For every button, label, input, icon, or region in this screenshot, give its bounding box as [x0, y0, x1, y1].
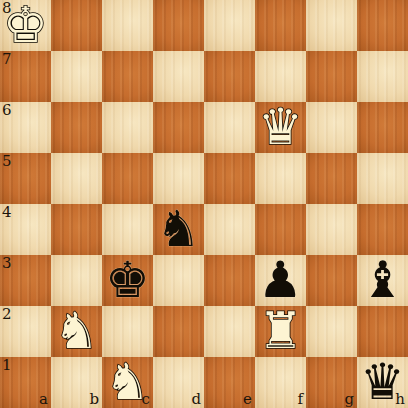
square-a3[interactable]: 3 — [0, 255, 51, 306]
square-a6[interactable]: 6 — [0, 102, 51, 153]
square-d1[interactable]: d — [153, 357, 204, 408]
file-label-c: c — [142, 392, 150, 407]
square-e4[interactable] — [204, 204, 255, 255]
square-c8[interactable] — [102, 0, 153, 51]
square-a4[interactable]: 4 — [0, 204, 51, 255]
square-b5[interactable] — [51, 153, 102, 204]
square-a2[interactable]: 2 — [0, 306, 51, 357]
square-b7[interactable] — [51, 51, 102, 102]
square-c6[interactable] — [102, 102, 153, 153]
piece-black-pawn-f3[interactable]: ♟ — [255, 255, 306, 306]
piece-white-queen-f6[interactable]: ♛ — [255, 102, 306, 153]
square-b2[interactable]: ♞ — [51, 306, 102, 357]
file-label-a: a — [39, 392, 48, 407]
square-a8[interactable]: 8♚ — [0, 0, 51, 51]
square-e8[interactable] — [204, 0, 255, 51]
square-g8[interactable] — [306, 0, 357, 51]
square-f3[interactable]: ♟ — [255, 255, 306, 306]
square-h4[interactable] — [357, 204, 408, 255]
file-label-e: e — [243, 392, 252, 407]
square-e7[interactable] — [204, 51, 255, 102]
square-f1[interactable]: f — [255, 357, 306, 408]
square-e1[interactable]: e — [204, 357, 255, 408]
square-d8[interactable] — [153, 0, 204, 51]
square-e5[interactable] — [204, 153, 255, 204]
rank-label-1: 1 — [2, 357, 12, 374]
square-f5[interactable] — [255, 153, 306, 204]
square-h1[interactable]: h♛ — [357, 357, 408, 408]
square-f7[interactable] — [255, 51, 306, 102]
square-f6[interactable]: ♛ — [255, 102, 306, 153]
chess-board: 8♚76♛54♞3♚♟♝2♞♜1abc♞defgh♛ — [0, 0, 408, 408]
square-c4[interactable] — [102, 204, 153, 255]
piece-black-king-c3[interactable]: ♚ — [102, 255, 153, 306]
square-a5[interactable]: 5 — [0, 153, 51, 204]
file-label-f: f — [297, 392, 303, 407]
square-g2[interactable] — [306, 306, 357, 357]
rank-label-2: 2 — [2, 306, 12, 323]
square-d2[interactable] — [153, 306, 204, 357]
square-d3[interactable] — [153, 255, 204, 306]
square-g1[interactable]: g — [306, 357, 357, 408]
square-d6[interactable] — [153, 102, 204, 153]
file-label-b: b — [89, 392, 99, 407]
rank-label-7: 7 — [2, 51, 12, 68]
square-c5[interactable] — [102, 153, 153, 204]
square-g6[interactable] — [306, 102, 357, 153]
square-c3[interactable]: ♚ — [102, 255, 153, 306]
square-g4[interactable] — [306, 204, 357, 255]
square-b4[interactable] — [51, 204, 102, 255]
square-b1[interactable]: b — [51, 357, 102, 408]
square-c1[interactable]: c♞ — [102, 357, 153, 408]
rank-label-8: 8 — [2, 0, 12, 17]
square-a1[interactable]: 1a — [0, 357, 51, 408]
square-e3[interactable] — [204, 255, 255, 306]
piece-white-knight-b2[interactable]: ♞ — [51, 306, 102, 357]
square-h5[interactable] — [357, 153, 408, 204]
square-b3[interactable] — [51, 255, 102, 306]
square-g5[interactable] — [306, 153, 357, 204]
square-c2[interactable] — [102, 306, 153, 357]
square-b8[interactable] — [51, 0, 102, 51]
rank-label-5: 5 — [2, 153, 12, 170]
square-h2[interactable] — [357, 306, 408, 357]
piece-black-bishop-h3[interactable]: ♝ — [357, 255, 408, 306]
square-h3[interactable]: ♝ — [357, 255, 408, 306]
rank-label-3: 3 — [2, 255, 12, 272]
piece-black-knight-d4[interactable]: ♞ — [153, 204, 204, 255]
square-h6[interactable] — [357, 102, 408, 153]
square-h8[interactable] — [357, 0, 408, 51]
square-e2[interactable] — [204, 306, 255, 357]
file-label-g: g — [344, 392, 354, 407]
rank-label-6: 6 — [2, 102, 12, 119]
piece-white-rook-f2[interactable]: ♜ — [255, 306, 306, 357]
square-d7[interactable] — [153, 51, 204, 102]
square-b6[interactable] — [51, 102, 102, 153]
square-f2[interactable]: ♜ — [255, 306, 306, 357]
square-d5[interactable] — [153, 153, 204, 204]
square-c7[interactable] — [102, 51, 153, 102]
square-f8[interactable] — [255, 0, 306, 51]
square-f4[interactable] — [255, 204, 306, 255]
square-d4[interactable]: ♞ — [153, 204, 204, 255]
square-g3[interactable] — [306, 255, 357, 306]
square-e6[interactable] — [204, 102, 255, 153]
square-h7[interactable] — [357, 51, 408, 102]
square-g7[interactable] — [306, 51, 357, 102]
file-label-h: h — [395, 392, 405, 407]
file-label-d: d — [191, 392, 201, 407]
rank-label-4: 4 — [2, 204, 12, 221]
square-a7[interactable]: 7 — [0, 51, 51, 102]
chess-diagram: 8♚76♛54♞3♚♟♝2♞♜1abc♞defgh♛ — [0, 0, 408, 408]
